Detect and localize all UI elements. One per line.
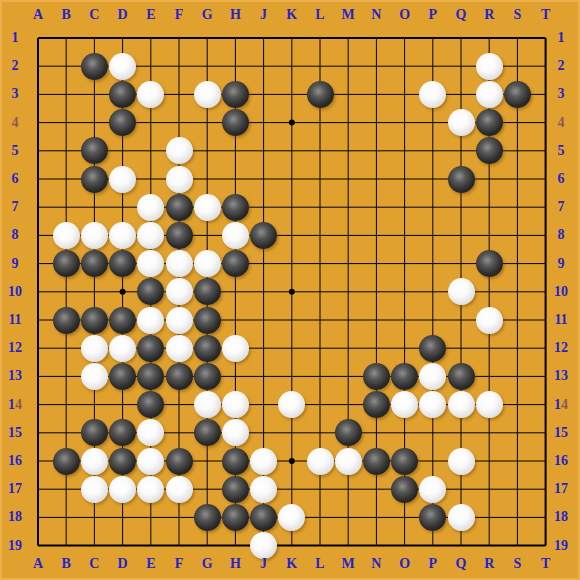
stone-white-E16[interactable]: [137, 448, 164, 475]
stone-white-F6[interactable]: [166, 166, 193, 193]
stone-white-R2[interactable]: [476, 53, 503, 80]
stone-white-M16[interactable]: [335, 448, 362, 475]
stone-white-R14[interactable]: [476, 391, 503, 418]
col-label-top-S: S: [513, 8, 521, 22]
col-label-bottom-L: L: [315, 557, 324, 571]
row-label-left-19: 19: [8, 539, 22, 553]
star-point-K10: [289, 289, 295, 295]
stone-black-H4[interactable]: [222, 109, 249, 136]
col-label-bottom-T: T: [541, 557, 550, 571]
stone-black-D16[interactable]: [109, 448, 136, 475]
stone-black-G15[interactable]: [194, 419, 221, 446]
star-point-K16: [289, 458, 295, 464]
stone-black-M15[interactable]: [335, 419, 362, 446]
row-label-left-15: 15: [8, 426, 22, 440]
col-label-top-J: J: [260, 8, 267, 22]
row-label-right-10: 10: [554, 285, 568, 299]
row-label-left-14: 14: [8, 398, 22, 412]
stone-black-C2[interactable]: [81, 53, 108, 80]
row-label-right-6: 6: [558, 172, 565, 186]
stone-black-D11[interactable]: [109, 307, 136, 334]
stone-white-D6[interactable]: [109, 166, 136, 193]
stone-black-H18[interactable]: [222, 504, 249, 531]
go-board[interactable]: AABBCCDDEEFFGGHHJJKKLLMMNNOOPPQQRRSSTT11…: [0, 0, 580, 580]
stone-black-G18[interactable]: [194, 504, 221, 531]
stone-black-J8[interactable]: [250, 222, 277, 249]
stone-black-N16[interactable]: [363, 448, 390, 475]
stone-white-Q10[interactable]: [448, 278, 475, 305]
row-label-right-13: 13: [554, 369, 568, 383]
stone-black-H3[interactable]: [222, 81, 249, 108]
row-label-right-3: 3: [558, 87, 565, 101]
stone-black-F16[interactable]: [166, 448, 193, 475]
stone-black-E12[interactable]: [137, 335, 164, 362]
row-label-right-4: 4: [558, 116, 565, 130]
col-label-bottom-B: B: [62, 557, 71, 571]
col-label-top-Q: Q: [456, 8, 467, 22]
stone-white-Q14[interactable]: [448, 391, 475, 418]
stone-black-O16[interactable]: [391, 448, 418, 475]
col-label-top-R: R: [484, 8, 494, 22]
stone-white-P3[interactable]: [419, 81, 446, 108]
stone-white-G7[interactable]: [194, 194, 221, 221]
stone-white-C17[interactable]: [81, 476, 108, 503]
stone-white-E11[interactable]: [137, 307, 164, 334]
col-label-top-P: P: [429, 8, 438, 22]
stone-white-E3[interactable]: [137, 81, 164, 108]
row-label-right-7: 7: [558, 200, 565, 214]
col-label-bottom-O: O: [399, 557, 410, 571]
stone-white-G9[interactable]: [194, 250, 221, 277]
col-label-top-G: G: [202, 8, 213, 22]
stone-white-J16[interactable]: [250, 448, 277, 475]
star-point-K4: [289, 120, 295, 126]
row-label-right-11: 11: [554, 313, 567, 327]
stone-white-C13[interactable]: [81, 363, 108, 390]
col-label-bottom-R: R: [484, 557, 494, 571]
stone-white-F11[interactable]: [166, 307, 193, 334]
stone-white-F10[interactable]: [166, 278, 193, 305]
stone-white-R3[interactable]: [476, 81, 503, 108]
col-label-bottom-D: D: [118, 557, 128, 571]
row-label-left-6: 6: [12, 172, 19, 186]
stone-white-H12[interactable]: [222, 335, 249, 362]
stone-black-F8[interactable]: [166, 222, 193, 249]
col-label-bottom-A: A: [33, 557, 43, 571]
stone-black-L3[interactable]: [307, 81, 334, 108]
row-label-right-12: 12: [554, 341, 568, 355]
stone-black-C6[interactable]: [81, 166, 108, 193]
col-label-bottom-G: G: [202, 557, 213, 571]
col-label-top-N: N: [371, 8, 381, 22]
row-label-right-2: 2: [558, 59, 565, 73]
col-label-top-C: C: [89, 8, 99, 22]
stone-white-G3[interactable]: [194, 81, 221, 108]
col-label-top-L: L: [315, 8, 324, 22]
stone-black-J18[interactable]: [250, 504, 277, 531]
stone-black-Q6[interactable]: [448, 166, 475, 193]
row-label-right-5: 5: [558, 144, 565, 158]
stone-black-O17[interactable]: [391, 476, 418, 503]
stone-black-N13[interactable]: [363, 363, 390, 390]
stone-black-G12[interactable]: [194, 335, 221, 362]
row-label-right-1: 1: [558, 31, 565, 45]
stone-white-D12[interactable]: [109, 335, 136, 362]
row-label-right-16: 16: [554, 454, 568, 468]
col-label-top-B: B: [62, 8, 71, 22]
stone-black-F7[interactable]: [166, 194, 193, 221]
row-label-left-11: 11: [8, 313, 21, 327]
col-label-top-A: A: [33, 8, 43, 22]
stone-black-G13[interactable]: [194, 363, 221, 390]
row-label-right-15: 15: [554, 426, 568, 440]
stone-white-J17[interactable]: [250, 476, 277, 503]
stone-white-D2[interactable]: [109, 53, 136, 80]
stone-black-B16[interactable]: [53, 448, 80, 475]
stone-black-C5[interactable]: [81, 137, 108, 164]
stone-white-Q16[interactable]: [448, 448, 475, 475]
col-label-top-F: F: [175, 8, 184, 22]
stone-white-C16[interactable]: [81, 448, 108, 475]
row-label-left-2: 2: [12, 59, 19, 73]
row-label-left-13: 13: [8, 369, 22, 383]
row-label-left-18: 18: [8, 510, 22, 524]
stone-white-E8[interactable]: [137, 222, 164, 249]
stone-black-R9[interactable]: [476, 250, 503, 277]
stone-black-E13[interactable]: [137, 363, 164, 390]
col-label-top-H: H: [230, 8, 241, 22]
stone-white-O14[interactable]: [391, 391, 418, 418]
row-label-left-8: 8: [12, 228, 19, 242]
stone-white-D8[interactable]: [109, 222, 136, 249]
stone-black-H9[interactable]: [222, 250, 249, 277]
stone-black-B9[interactable]: [53, 250, 80, 277]
stone-white-K18[interactable]: [278, 504, 305, 531]
stone-white-D17[interactable]: [109, 476, 136, 503]
col-label-bottom-P: P: [429, 557, 438, 571]
stone-white-F17[interactable]: [166, 476, 193, 503]
col-label-bottom-S: S: [513, 557, 521, 571]
row-label-left-16: 16: [8, 454, 22, 468]
stone-white-G14[interactable]: [194, 391, 221, 418]
row-label-left-12: 12: [8, 341, 22, 355]
col-label-top-D: D: [118, 8, 128, 22]
stone-white-E17[interactable]: [137, 476, 164, 503]
stone-white-E7[interactable]: [137, 194, 164, 221]
stone-black-B11[interactable]: [53, 307, 80, 334]
stone-black-H16[interactable]: [222, 448, 249, 475]
stone-black-C11[interactable]: [81, 307, 108, 334]
row-label-right-19: 19: [554, 539, 568, 553]
stone-white-F12[interactable]: [166, 335, 193, 362]
row-label-left-1: 1: [12, 31, 19, 45]
row-label-left-9: 9: [12, 257, 19, 271]
col-label-bottom-H: H: [230, 557, 241, 571]
stone-white-B8[interactable]: [53, 222, 80, 249]
col-label-bottom-N: N: [371, 557, 381, 571]
col-label-bottom-K: K: [286, 557, 297, 571]
row-label-left-10: 10: [8, 285, 22, 299]
row-label-left-5: 5: [12, 144, 19, 158]
col-label-bottom-J: J: [260, 557, 267, 571]
stone-white-L16[interactable]: [307, 448, 334, 475]
stone-black-H17[interactable]: [222, 476, 249, 503]
stone-white-H8[interactable]: [222, 222, 249, 249]
col-label-bottom-F: F: [175, 557, 184, 571]
stone-white-F9[interactable]: [166, 250, 193, 277]
stone-white-R11[interactable]: [476, 307, 503, 334]
stone-black-R5[interactable]: [476, 137, 503, 164]
stone-black-R4[interactable]: [476, 109, 503, 136]
stone-black-D3[interactable]: [109, 81, 136, 108]
stone-white-Q4[interactable]: [448, 109, 475, 136]
row-label-right-18: 18: [554, 510, 568, 524]
stone-white-C12[interactable]: [81, 335, 108, 362]
row-label-left-17: 17: [8, 482, 22, 496]
stone-black-D13[interactable]: [109, 363, 136, 390]
stone-black-F13[interactable]: [166, 363, 193, 390]
stone-white-P17[interactable]: [419, 476, 446, 503]
stone-black-Q13[interactable]: [448, 363, 475, 390]
col-label-top-O: O: [399, 8, 410, 22]
row-label-right-14: 14: [554, 398, 568, 412]
stone-black-P12[interactable]: [419, 335, 446, 362]
row-label-right-8: 8: [558, 228, 565, 242]
stone-black-D9[interactable]: [109, 250, 136, 277]
star-point-D10: [120, 289, 126, 295]
row-label-left-3: 3: [12, 87, 19, 101]
row-label-right-9: 9: [558, 257, 565, 271]
stone-white-Q18[interactable]: [448, 504, 475, 531]
stone-white-P13[interactable]: [419, 363, 446, 390]
stone-black-P18[interactable]: [419, 504, 446, 531]
col-label-bottom-Q: Q: [456, 557, 467, 571]
stone-black-S3[interactable]: [504, 81, 531, 108]
col-label-bottom-C: C: [89, 557, 99, 571]
row-label-left-4: 4: [12, 116, 19, 130]
stone-black-G11[interactable]: [194, 307, 221, 334]
stone-black-C9[interactable]: [81, 250, 108, 277]
stone-black-G10[interactable]: [194, 278, 221, 305]
stone-black-C15[interactable]: [81, 419, 108, 446]
stone-white-C8[interactable]: [81, 222, 108, 249]
stone-black-O13[interactable]: [391, 363, 418, 390]
stone-black-D4[interactable]: [109, 109, 136, 136]
col-label-top-T: T: [541, 8, 550, 22]
col-label-top-E: E: [146, 8, 155, 22]
stone-white-H15[interactable]: [222, 419, 249, 446]
col-label-top-M: M: [342, 8, 355, 22]
col-label-bottom-E: E: [146, 557, 155, 571]
stone-white-H14[interactable]: [222, 391, 249, 418]
row-label-left-7: 7: [12, 200, 19, 214]
stone-white-F5[interactable]: [166, 137, 193, 164]
col-label-top-K: K: [286, 8, 297, 22]
stone-black-N14[interactable]: [363, 391, 390, 418]
row-label-right-17: 17: [554, 482, 568, 496]
stone-black-H7[interactable]: [222, 194, 249, 221]
col-label-bottom-M: M: [342, 557, 355, 571]
